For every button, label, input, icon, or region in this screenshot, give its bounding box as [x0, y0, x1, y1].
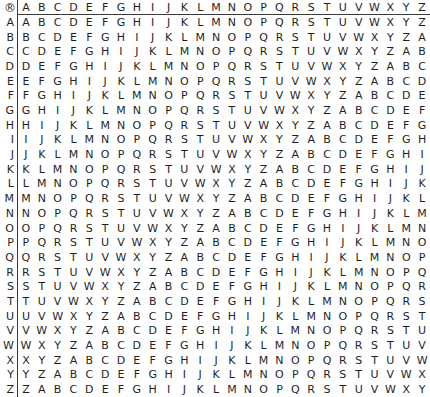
grid-cell: Q: [81, 191, 97, 206]
grid-cell: E: [224, 265, 240, 280]
grid-cell: N: [351, 279, 367, 294]
grid-cell: O: [351, 294, 367, 309]
grid-cell: R: [161, 133, 177, 148]
grid-cell: A: [303, 133, 319, 148]
grid-cell: N: [66, 162, 82, 177]
grid-cell: B: [382, 74, 398, 89]
grid-cell: P: [351, 309, 367, 324]
grid-cell: I: [129, 30, 145, 45]
grid-cell: F: [224, 279, 240, 294]
grid-cell: M: [398, 221, 414, 236]
grid-cell: W: [208, 162, 224, 177]
grid-cell: R: [272, 30, 288, 45]
grid-cell: I: [287, 265, 303, 280]
grid-cell: F: [161, 338, 177, 353]
grid-cell: R: [240, 59, 256, 74]
header-cell: R: [287, 0, 303, 15]
grid-cell: U: [145, 191, 161, 206]
grid-cell: G: [256, 265, 272, 280]
grid-cell: V: [208, 147, 224, 162]
grid-cell: O: [303, 338, 319, 353]
grid-cell: E: [176, 309, 192, 324]
row-label: G: [0, 103, 18, 118]
grid-cell: H: [319, 221, 335, 236]
grid-cell: V: [335, 30, 351, 45]
grid-cell: Y: [34, 353, 50, 368]
header-cell: X: [382, 0, 398, 15]
grid-cell: I: [398, 162, 414, 177]
grid-cell: A: [176, 250, 192, 265]
grid-cell: K: [50, 133, 66, 148]
grid-cell: G: [161, 353, 177, 368]
grid-cell: W: [287, 88, 303, 103]
grid-cell: K: [176, 15, 192, 30]
grid-cell: O: [113, 133, 129, 148]
grid-cell: C: [113, 338, 129, 353]
header-cell: Q: [272, 0, 288, 15]
grid-cell: W: [224, 147, 240, 162]
grid-cell: S: [382, 324, 398, 339]
grid-cell: O: [161, 88, 177, 103]
grid-cell: B: [319, 133, 335, 148]
grid-cell: M: [351, 265, 367, 280]
grid-cell: R: [367, 324, 383, 339]
grid-cell: R: [97, 191, 113, 206]
grid-cell: S: [145, 162, 161, 177]
header-cell: K: [176, 0, 192, 15]
grid-cell: U: [382, 353, 398, 368]
grid-cell: Y: [414, 382, 430, 397]
grid-cell: M: [18, 191, 34, 206]
grid-cell: G: [145, 368, 161, 383]
grid-cell: E: [367, 133, 383, 148]
grid-cell: Q: [66, 206, 82, 221]
tabula-recta-diagram: ®ABCDEFGHIJKLMNOPQRSTUVWXYZAABCDEFGHIJKL…: [0, 0, 430, 397]
grid-cell: B: [367, 88, 383, 103]
grid-cell: G: [414, 118, 430, 133]
grid-cell: A: [414, 30, 430, 45]
grid-cell: Z: [66, 338, 82, 353]
grid-cell: W: [303, 74, 319, 89]
grid-cell: X: [382, 15, 398, 30]
grid-cell: H: [66, 74, 82, 89]
grid-cell: T: [81, 235, 97, 250]
grid-cell: W: [145, 221, 161, 236]
grid-cell: Z: [367, 59, 383, 74]
grid-cell: U: [81, 250, 97, 265]
row-label: N: [0, 206, 18, 221]
grid-cell: H: [398, 147, 414, 162]
grid-cell: C: [192, 265, 208, 280]
grid-cell: V: [161, 191, 177, 206]
grid-cell: Z: [50, 353, 66, 368]
grid-cell: P: [335, 324, 351, 339]
grid-cell: C: [129, 324, 145, 339]
grid-cell: K: [224, 353, 240, 368]
grid-cell: J: [18, 147, 34, 162]
grid-cell: L: [66, 133, 82, 148]
grid-cell: S: [81, 221, 97, 236]
header-cell: J: [161, 0, 177, 15]
grid-cell: H: [224, 309, 240, 324]
grid-cell: G: [351, 177, 367, 192]
grid-cell: M: [97, 118, 113, 133]
grid-cell: I: [50, 103, 66, 118]
grid-cell: K: [351, 235, 367, 250]
grid-cell: F: [351, 162, 367, 177]
grid-cell: H: [272, 265, 288, 280]
grid-cell: P: [414, 250, 430, 265]
grid-cell: J: [287, 279, 303, 294]
grid-cell: T: [256, 74, 272, 89]
grid-cell: W: [192, 177, 208, 192]
grid-cell: P: [224, 44, 240, 59]
grid-cell: J: [192, 368, 208, 383]
grid-cell: D: [382, 103, 398, 118]
grid-cell: J: [224, 338, 240, 353]
grid-cell: D: [145, 324, 161, 339]
grid-cell: L: [272, 324, 288, 339]
grid-cell: W: [382, 382, 398, 397]
grid-cell: C: [18, 44, 34, 59]
grid-cell: L: [367, 235, 383, 250]
grid-cell: R: [414, 279, 430, 294]
grid-cell: Q: [398, 279, 414, 294]
grid-cell: U: [97, 235, 113, 250]
grid-cell: Q: [208, 74, 224, 89]
grid-cell: S: [240, 74, 256, 89]
row-label: B: [0, 30, 18, 45]
grid-cell: Y: [18, 368, 34, 383]
grid-cell: R: [176, 118, 192, 133]
grid-cell: Y: [319, 88, 335, 103]
grid-cell: J: [113, 59, 129, 74]
grid-cell: M: [256, 353, 272, 368]
grid-cell: W: [272, 103, 288, 118]
grid-cell: S: [97, 206, 113, 221]
grid-cell: L: [97, 103, 113, 118]
grid-cell: V: [50, 294, 66, 309]
grid-cell: V: [256, 103, 272, 118]
grid-cell: X: [224, 162, 240, 177]
grid-cell: R: [287, 15, 303, 30]
grid-cell: G: [129, 382, 145, 397]
grid-cell: B: [176, 265, 192, 280]
grid-cell: U: [176, 162, 192, 177]
grid-cell: D: [50, 30, 66, 45]
grid-cell: V: [192, 162, 208, 177]
grid-cell: J: [414, 162, 430, 177]
grid-cell: X: [97, 279, 113, 294]
grid-cell: D: [319, 162, 335, 177]
grid-cell: T: [145, 177, 161, 192]
grid-cell: D: [161, 309, 177, 324]
grid-cell: N: [129, 103, 145, 118]
grid-cell: W: [351, 30, 367, 45]
grid-cell: U: [50, 279, 66, 294]
row-label: K: [0, 162, 18, 177]
grid-cell: L: [382, 221, 398, 236]
grid-cell: W: [161, 206, 177, 221]
grid-cell: J: [367, 206, 383, 221]
grid-cell: Y: [335, 74, 351, 89]
grid-cell: O: [129, 118, 145, 133]
grid-cell: G: [81, 44, 97, 59]
grid-cell: Y: [145, 250, 161, 265]
corner-registered-mark: ®: [0, 0, 18, 15]
grid-cell: C: [272, 191, 288, 206]
grid-cell: T: [113, 206, 129, 221]
grid-cell: B: [240, 206, 256, 221]
grid-cell: B: [145, 294, 161, 309]
grid-cell: T: [240, 88, 256, 103]
grid-cell: W: [50, 309, 66, 324]
grid-cell: A: [335, 103, 351, 118]
grid-cell: C: [34, 30, 50, 45]
row-label: Q: [0, 250, 18, 265]
grid-cell: X: [34, 338, 50, 353]
grid-cell: V: [272, 88, 288, 103]
grid-cell: Q: [272, 15, 288, 30]
grid-cell: P: [97, 162, 113, 177]
header-cell: I: [145, 0, 161, 15]
grid-cell: Z: [414, 15, 430, 30]
grid-cell: K: [161, 30, 177, 45]
grid-cell: X: [176, 206, 192, 221]
grid-cell: Y: [272, 133, 288, 148]
grid-cell: Q: [224, 59, 240, 74]
grid-cell: O: [382, 265, 398, 280]
grid-cell: Q: [303, 368, 319, 383]
grid-cell: W: [113, 250, 129, 265]
grid-cell: W: [398, 368, 414, 383]
grid-cell: Q: [240, 44, 256, 59]
grid-cell: F: [97, 15, 113, 30]
grid-cell: V: [382, 368, 398, 383]
grid-cell: K: [240, 338, 256, 353]
grid-cell: G: [97, 30, 113, 45]
grid-cell: E: [319, 177, 335, 192]
grid-cell: J: [351, 221, 367, 236]
grid-cell: S: [192, 118, 208, 133]
grid-cell: Q: [50, 221, 66, 236]
grid-cell: P: [129, 133, 145, 148]
grid-cell: L: [145, 59, 161, 74]
grid-cell: S: [351, 353, 367, 368]
grid-cell: R: [224, 74, 240, 89]
header-cell: E: [81, 0, 97, 15]
grid-cell: P: [81, 177, 97, 192]
grid-cell: V: [66, 279, 82, 294]
grid-cell: I: [208, 338, 224, 353]
grid-cell: Q: [113, 162, 129, 177]
grid-cell: X: [66, 309, 82, 324]
grid-cell: U: [398, 338, 414, 353]
grid-cell: J: [319, 250, 335, 265]
grid-cell: H: [161, 368, 177, 383]
grid-cell: L: [161, 44, 177, 59]
grid-cell: G: [208, 309, 224, 324]
grid-cell: Y: [113, 279, 129, 294]
grid-cell: I: [335, 221, 351, 236]
grid-cell: X: [208, 177, 224, 192]
grid-cell: H: [34, 103, 50, 118]
grid-cell: W: [414, 353, 430, 368]
header-cell: U: [335, 0, 351, 15]
row-label: W: [0, 338, 18, 353]
grid-cell: J: [145, 30, 161, 45]
grid-cell: H: [129, 15, 145, 30]
grid-cell: M: [303, 309, 319, 324]
grid-cell: F: [176, 324, 192, 339]
grid-cell: P: [398, 265, 414, 280]
grid-cell: I: [319, 235, 335, 250]
grid-cell: N: [208, 30, 224, 45]
grid-cell: E: [240, 250, 256, 265]
grid-cell: G: [382, 147, 398, 162]
grid-cell: B: [287, 162, 303, 177]
grid-cell: Y: [398, 15, 414, 30]
grid-cell: J: [97, 74, 113, 89]
grid-cell: C: [303, 162, 319, 177]
grid-cell: H: [145, 382, 161, 397]
grid-cell: N: [272, 353, 288, 368]
grid-cell: F: [34, 74, 50, 89]
grid-cell: W: [367, 15, 383, 30]
grid-cell: W: [81, 279, 97, 294]
grid-cell: K: [18, 162, 34, 177]
grid-cell: H: [256, 279, 272, 294]
grid-cell: L: [319, 279, 335, 294]
grid-cell: T: [224, 103, 240, 118]
grid-cell: T: [398, 324, 414, 339]
grid-cell: G: [319, 206, 335, 221]
row-label: L: [0, 177, 18, 192]
grid-cell: K: [113, 74, 129, 89]
grid-cell: B: [335, 118, 351, 133]
grid-cell: T: [192, 133, 208, 148]
grid-cell: B: [50, 382, 66, 397]
grid-cell: T: [34, 279, 50, 294]
grid-cell: V: [81, 265, 97, 280]
grid-cell: K: [192, 382, 208, 397]
grid-cell: F: [382, 133, 398, 148]
grid-cell: D: [113, 353, 129, 368]
grid-cell: P: [113, 147, 129, 162]
grid-cell: E: [335, 162, 351, 177]
grid-cell: X: [161, 221, 177, 236]
grid-cell: Y: [129, 265, 145, 280]
grid-cell: J: [382, 191, 398, 206]
grid-cell: V: [240, 118, 256, 133]
row-label: U: [0, 309, 18, 324]
grid-cell: K: [129, 59, 145, 74]
grid-cell: U: [66, 265, 82, 280]
grid-cell: A: [161, 265, 177, 280]
grid-cell: B: [161, 279, 177, 294]
header-cell: T: [319, 0, 335, 15]
grid-cell: T: [351, 368, 367, 383]
grid-cell: A: [113, 309, 129, 324]
grid-cell: W: [97, 265, 113, 280]
grid-cell: Q: [145, 133, 161, 148]
grid-cell: G: [192, 324, 208, 339]
grid-cell: J: [303, 265, 319, 280]
grid-cell: S: [335, 368, 351, 383]
grid-cell: D: [192, 279, 208, 294]
header-cell: A: [18, 0, 34, 15]
grid-cell: O: [208, 44, 224, 59]
grid-cell: H: [303, 235, 319, 250]
grid-cell: W: [176, 191, 192, 206]
grid-cell: L: [113, 88, 129, 103]
grid-cell: L: [351, 250, 367, 265]
grid-cell: D: [208, 265, 224, 280]
grid-cell: H: [18, 118, 34, 133]
grid-cell: T: [272, 59, 288, 74]
grid-cell: M: [240, 368, 256, 383]
grid-cell: Y: [97, 294, 113, 309]
grid-cell: I: [240, 309, 256, 324]
grid-cell: Z: [145, 265, 161, 280]
grid-cell: P: [319, 338, 335, 353]
grid-cell: F: [256, 250, 272, 265]
grid-cell: Q: [34, 235, 50, 250]
grid-cell: I: [18, 133, 34, 148]
grid-cell: V: [303, 59, 319, 74]
row-label: J: [0, 147, 18, 162]
grid-cell: S: [224, 88, 240, 103]
grid-cell: Z: [287, 133, 303, 148]
grid-cell: E: [192, 294, 208, 309]
grid-cell: Y: [303, 103, 319, 118]
grid-cell: L: [287, 309, 303, 324]
grid-cell: U: [287, 59, 303, 74]
grid-cell: E: [129, 353, 145, 368]
grid-cell: B: [208, 235, 224, 250]
grid-cell: D: [367, 118, 383, 133]
grid-cell: B: [34, 15, 50, 30]
grid-cell: Z: [208, 206, 224, 221]
grid-cell: S: [18, 279, 34, 294]
grid-cell: M: [319, 294, 335, 309]
grid-cell: H: [97, 44, 113, 59]
grid-cell: F: [145, 353, 161, 368]
grid-cell: N: [398, 235, 414, 250]
grid-cell: T: [319, 15, 335, 30]
header-cell: Z: [414, 0, 430, 15]
grid-cell: A: [192, 235, 208, 250]
tabula-recta-board: ®ABCDEFGHIJKLMNOPQRSTUVWXYZAABCDEFGHIJKL…: [0, 0, 430, 397]
row-label: T: [0, 294, 18, 309]
grid-cell: Y: [256, 147, 272, 162]
header-cell: P: [256, 0, 272, 15]
grid-cell: O: [145, 103, 161, 118]
grid-cell: M: [81, 133, 97, 148]
grid-cell: Z: [351, 74, 367, 89]
grid-cell: Y: [208, 191, 224, 206]
header-cell: S: [303, 0, 319, 15]
grid-cell: S: [161, 147, 177, 162]
grid-cell: E: [66, 30, 82, 45]
grid-cell: M: [161, 59, 177, 74]
row-label: Y: [0, 368, 18, 383]
grid-cell: F: [287, 221, 303, 236]
grid-cell: Q: [335, 338, 351, 353]
grid-cell: Z: [272, 147, 288, 162]
row-label: I: [0, 133, 18, 148]
grid-cell: M: [176, 44, 192, 59]
